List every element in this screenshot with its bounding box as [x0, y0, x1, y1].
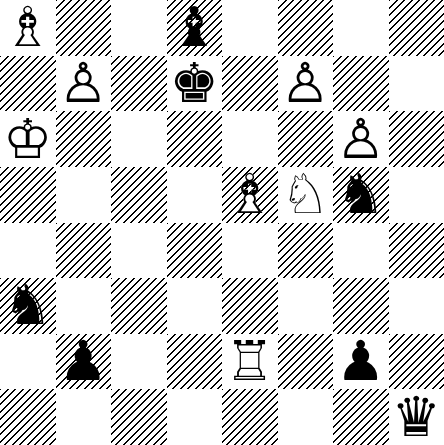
square-b7[interactable]: ♟♙: [56, 56, 112, 112]
piece-backing-white-pawn: ♟: [278, 56, 334, 112]
square-e2[interactable]: ♜♖: [222, 334, 278, 390]
square-h5[interactable]: [389, 167, 444, 223]
square-b6[interactable]: [56, 111, 112, 167]
square-h4[interactable]: [389, 223, 444, 279]
square-a7[interactable]: [0, 56, 56, 112]
piece-white-pawn: ♙: [56, 56, 112, 112]
piece-black-knight: ♞: [333, 167, 389, 223]
square-g5[interactable]: ♞: [333, 167, 389, 223]
square-h3[interactable]: [389, 278, 444, 334]
square-f1[interactable]: [278, 389, 334, 445]
piece-backing-white-king: ♚: [0, 111, 56, 167]
square-c4[interactable]: [111, 223, 167, 279]
square-d6[interactable]: [167, 111, 223, 167]
chess-board: ♝♗♝♟♙♚♟♙♚♔♟♙♝♗♞♘♞♞♟♜♖♟♛: [0, 0, 444, 445]
square-f3[interactable]: [278, 278, 334, 334]
piece-white-rook: ♖: [222, 334, 278, 390]
square-e1[interactable]: [222, 389, 278, 445]
piece-white-knight: ♘: [278, 167, 334, 223]
square-h1[interactable]: ♛: [389, 389, 444, 445]
piece-black-knight: ♞: [0, 278, 56, 334]
square-a4[interactable]: [0, 223, 56, 279]
piece-backing-white-knight: ♞: [278, 167, 334, 223]
square-c2[interactable]: [111, 334, 167, 390]
square-g2[interactable]: ♟: [333, 334, 389, 390]
square-a8[interactable]: ♝♗: [0, 0, 56, 56]
square-b5[interactable]: [56, 167, 112, 223]
square-c7[interactable]: [111, 56, 167, 112]
square-a2[interactable]: [0, 334, 56, 390]
square-g1[interactable]: [333, 389, 389, 445]
square-b4[interactable]: [56, 223, 112, 279]
square-b3[interactable]: [56, 278, 112, 334]
piece-backing-white-pawn: ♟: [56, 56, 112, 112]
square-g8[interactable]: [333, 0, 389, 56]
square-b8[interactable]: [56, 0, 112, 56]
square-d3[interactable]: [167, 278, 223, 334]
piece-backing-white-pawn: ♟: [333, 111, 389, 167]
square-d2[interactable]: [167, 334, 223, 390]
square-e6[interactable]: [222, 111, 278, 167]
square-a1[interactable]: [0, 389, 56, 445]
square-d5[interactable]: [167, 167, 223, 223]
square-g6[interactable]: ♟♙: [333, 111, 389, 167]
square-b2[interactable]: ♟: [56, 334, 112, 390]
square-h8[interactable]: [389, 0, 444, 56]
piece-white-bishop: ♗: [0, 0, 56, 56]
square-a5[interactable]: [0, 167, 56, 223]
square-f4[interactable]: [278, 223, 334, 279]
square-b1[interactable]: [56, 389, 112, 445]
piece-white-bishop: ♗: [222, 167, 278, 223]
square-f8[interactable]: [278, 0, 334, 56]
square-d4[interactable]: [167, 223, 223, 279]
piece-white-pawn: ♙: [333, 111, 389, 167]
square-c5[interactable]: [111, 167, 167, 223]
square-a6[interactable]: ♚♔: [0, 111, 56, 167]
square-h7[interactable]: [389, 56, 444, 112]
square-h6[interactable]: [389, 111, 444, 167]
square-c1[interactable]: [111, 389, 167, 445]
square-e7[interactable]: [222, 56, 278, 112]
square-f2[interactable]: [278, 334, 334, 390]
square-e3[interactable]: [222, 278, 278, 334]
piece-backing-white-bishop: ♝: [222, 167, 278, 223]
square-e8[interactable]: [222, 0, 278, 56]
square-d7[interactable]: ♚: [167, 56, 223, 112]
square-e5[interactable]: ♝♗: [222, 167, 278, 223]
square-f6[interactable]: [278, 111, 334, 167]
piece-black-pawn: ♟: [333, 334, 389, 390]
piece-black-pawn: ♟: [56, 334, 112, 390]
square-d1[interactable]: [167, 389, 223, 445]
piece-backing-white-rook: ♜: [222, 334, 278, 390]
square-c6[interactable]: [111, 111, 167, 167]
square-d8[interactable]: ♝: [167, 0, 223, 56]
piece-backing-white-bishop: ♝: [0, 0, 56, 56]
square-c8[interactable]: [111, 0, 167, 56]
square-g3[interactable]: [333, 278, 389, 334]
square-g4[interactable]: [333, 223, 389, 279]
piece-black-king: ♚: [167, 56, 223, 112]
piece-white-king: ♔: [0, 111, 56, 167]
square-g7[interactable]: [333, 56, 389, 112]
square-a3[interactable]: ♞: [0, 278, 56, 334]
square-c3[interactable]: [111, 278, 167, 334]
square-f5[interactable]: ♞♘: [278, 167, 334, 223]
piece-black-queen: ♛: [389, 389, 444, 445]
piece-black-bishop: ♝: [167, 0, 223, 56]
square-f7[interactable]: ♟♙: [278, 56, 334, 112]
square-h2[interactable]: [389, 334, 444, 390]
piece-white-pawn: ♙: [278, 56, 334, 112]
square-e4[interactable]: [222, 223, 278, 279]
